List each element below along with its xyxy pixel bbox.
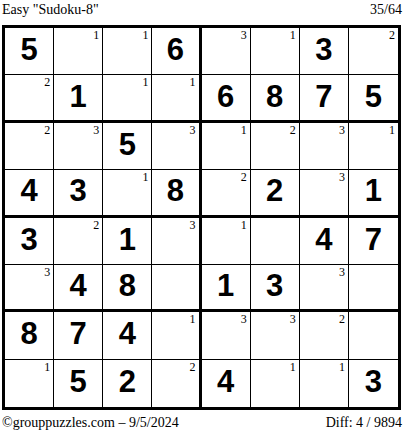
- cell-r7c1[interactable]: 8: [5, 312, 54, 359]
- cell-r6c7[interactable]: 3: [300, 265, 349, 312]
- given-digit: 5: [54, 360, 102, 407]
- cell-r6c8[interactable]: [349, 265, 398, 312]
- cell-r1c3[interactable]: 1: [103, 28, 152, 75]
- cell-r3c2[interactable]: 3: [54, 123, 103, 170]
- cell-r8c2[interactable]: 5: [54, 360, 103, 407]
- given-digit: 2: [251, 170, 299, 214]
- cell-r7c2[interactable]: 7: [54, 312, 103, 359]
- cell-r5c6[interactable]: [251, 218, 300, 265]
- cell-r3c6[interactable]: 2: [251, 123, 300, 170]
- puzzle-page: Easy "Sudoku-8" 35/64 511631322111687523…: [0, 0, 403, 437]
- given-digit: 4: [54, 265, 102, 309]
- given-digit: 8: [103, 265, 151, 309]
- pencil-mark: 1: [44, 361, 50, 374]
- given-digit: 1: [349, 170, 398, 214]
- given-digit: 3: [300, 28, 348, 74]
- pencil-mark: 2: [339, 313, 345, 326]
- given-digit: 8: [251, 75, 299, 119]
- cell-r4c5[interactable]: 2: [202, 170, 251, 217]
- cell-r8c3[interactable]: 2: [103, 360, 152, 407]
- cell-r2c5[interactable]: 6: [202, 75, 251, 122]
- given-digit: 7: [349, 218, 398, 264]
- pencil-mark: 2: [389, 29, 395, 42]
- given-digit: 3: [54, 170, 102, 214]
- cell-r2c8[interactable]: 5: [349, 75, 398, 122]
- cell-r7c3[interactable]: 4: [103, 312, 152, 359]
- given-digit: 5: [5, 28, 53, 74]
- cell-r4c3[interactable]: 1: [103, 170, 152, 217]
- pencil-mark: 1: [339, 361, 345, 374]
- cell-r5c7[interactable]: 4: [300, 218, 349, 265]
- cell-r7c5[interactable]: 3: [202, 312, 251, 359]
- cell-r8c4[interactable]: 2: [152, 360, 201, 407]
- cell-r4c2[interactable]: 3: [54, 170, 103, 217]
- cell-r6c2[interactable]: 4: [54, 265, 103, 312]
- pencil-mark: 3: [44, 266, 50, 279]
- cell-r6c1[interactable]: 3: [5, 265, 54, 312]
- sudoku-board: 5116313221116875235312314318223132131473…: [2, 25, 401, 410]
- given-digit: 5: [103, 123, 151, 169]
- pencil-mark: 3: [339, 171, 345, 184]
- cell-r1c8[interactable]: 2: [349, 28, 398, 75]
- pencil-mark: 1: [241, 219, 247, 232]
- cell-r7c6[interactable]: 3: [251, 312, 300, 359]
- given-digit: 6: [152, 28, 198, 74]
- pencil-mark: 3: [241, 29, 247, 42]
- pencil-mark: 1: [93, 29, 99, 42]
- cell-r6c4[interactable]: [152, 265, 201, 312]
- cell-r4c4[interactable]: 8: [152, 170, 201, 217]
- given-digit: 3: [349, 360, 398, 407]
- pencil-mark: 3: [339, 124, 345, 137]
- cell-r4c8[interactable]: 1: [349, 170, 398, 217]
- pencil-mark: 1: [142, 171, 148, 184]
- cell-r2c4[interactable]: 1: [152, 75, 201, 122]
- given-digit: 6: [202, 75, 250, 119]
- given-digit: 7: [300, 75, 348, 119]
- cell-r5c4[interactable]: 3: [152, 218, 201, 265]
- pencil-mark: 1: [142, 29, 148, 42]
- cell-r6c6[interactable]: 3: [251, 265, 300, 312]
- cell-r7c8[interactable]: [349, 312, 398, 359]
- cell-r1c2[interactable]: 1: [54, 28, 103, 75]
- given-digit: 3: [251, 265, 299, 309]
- pencil-mark: 3: [93, 124, 99, 137]
- cell-r6c5[interactable]: 1: [202, 265, 251, 312]
- pencil-mark: 3: [190, 124, 196, 137]
- cell-r3c1[interactable]: 2: [5, 123, 54, 170]
- cell-r1c6[interactable]: 1: [251, 28, 300, 75]
- given-digit: 7: [54, 312, 102, 358]
- difficulty-text: Diff: 4 / 9894: [326, 414, 402, 432]
- pencil-mark: 2: [93, 219, 99, 232]
- pencil-mark: 2: [290, 124, 296, 137]
- cell-r8c6[interactable]: 1: [251, 360, 300, 407]
- given-digit: 8: [152, 170, 198, 214]
- cell-r3c3[interactable]: 5: [103, 123, 152, 170]
- cell-r4c6[interactable]: 2: [251, 170, 300, 217]
- given-digit: 2: [103, 360, 151, 407]
- cell-r3c5[interactable]: 1: [202, 123, 251, 170]
- cell-r8c8[interactable]: 3: [349, 360, 398, 407]
- given-digit: 5: [349, 75, 398, 119]
- pencil-mark: 3: [339, 266, 345, 279]
- given-digit: 1: [202, 265, 250, 309]
- given-digit: 4: [300, 218, 348, 264]
- pencil-mark: 2: [44, 124, 50, 137]
- given-digit: 4: [5, 170, 53, 214]
- puzzle-title: Easy "Sudoku-8": [2, 0, 99, 20]
- pencil-mark: 2: [190, 361, 196, 374]
- cell-r5c3[interactable]: 1: [103, 218, 152, 265]
- pencil-mark: 2: [241, 171, 247, 184]
- cell-r2c7[interactable]: 7: [300, 75, 349, 122]
- page-header: Easy "Sudoku-8" 35/64: [2, 0, 402, 20]
- remaining-counter: 35/64: [370, 0, 402, 20]
- cell-r3c4[interactable]: 3: [152, 123, 201, 170]
- cell-r2c2[interactable]: 1: [54, 75, 103, 122]
- cell-r7c4[interactable]: 1: [152, 312, 201, 359]
- cell-r1c1[interactable]: 5: [5, 28, 54, 75]
- pencil-mark: 3: [290, 313, 296, 326]
- cell-r3c7[interactable]: 3: [300, 123, 349, 170]
- cell-r1c5[interactable]: 3: [202, 28, 251, 75]
- pencil-mark: 1: [142, 76, 148, 89]
- given-digit: 4: [103, 312, 151, 358]
- pencil-mark: 1: [241, 124, 247, 137]
- cell-r5c8[interactable]: 7: [349, 218, 398, 265]
- given-digit: 1: [103, 218, 151, 264]
- cell-r2c1[interactable]: 2: [5, 75, 54, 122]
- cell-r5c2[interactable]: 2: [54, 218, 103, 265]
- cell-r5c5[interactable]: 1: [202, 218, 251, 265]
- given-digit: 4: [202, 360, 250, 407]
- pencil-mark: 1: [190, 313, 196, 326]
- cell-r8c1[interactable]: 1: [5, 360, 54, 407]
- cell-r2c6[interactable]: 8: [251, 75, 300, 122]
- cell-r2c3[interactable]: 1: [103, 75, 152, 122]
- copyright-text: ©grouppuzzles.com – 9/5/2024: [2, 414, 179, 432]
- pencil-mark: 1: [290, 361, 296, 374]
- cell-r3c8[interactable]: 1: [349, 123, 398, 170]
- pencil-mark: 3: [241, 313, 247, 326]
- cell-r4c7[interactable]: 3: [300, 170, 349, 217]
- pencil-mark: 1: [190, 76, 196, 89]
- pencil-mark: 1: [290, 29, 296, 42]
- cell-r8c5[interactable]: 4: [202, 360, 251, 407]
- cell-r7c7[interactable]: 2: [300, 312, 349, 359]
- pencil-mark: 1: [389, 124, 395, 137]
- given-digit: 1: [54, 75, 102, 119]
- cell-r5c1[interactable]: 3: [5, 218, 54, 265]
- cell-r4c1[interactable]: 4: [5, 170, 54, 217]
- cell-r6c3[interactable]: 8: [103, 265, 152, 312]
- cell-r1c7[interactable]: 3: [300, 28, 349, 75]
- cell-r1c4[interactable]: 6: [152, 28, 201, 75]
- pencil-mark: 3: [190, 219, 196, 232]
- page-footer: ©grouppuzzles.com – 9/5/2024 Diff: 4 / 9…: [2, 414, 402, 432]
- given-digit: 8: [5, 312, 53, 358]
- given-digit: 3: [5, 218, 53, 264]
- pencil-mark: 2: [44, 76, 50, 89]
- cell-r8c7[interactable]: 1: [300, 360, 349, 407]
